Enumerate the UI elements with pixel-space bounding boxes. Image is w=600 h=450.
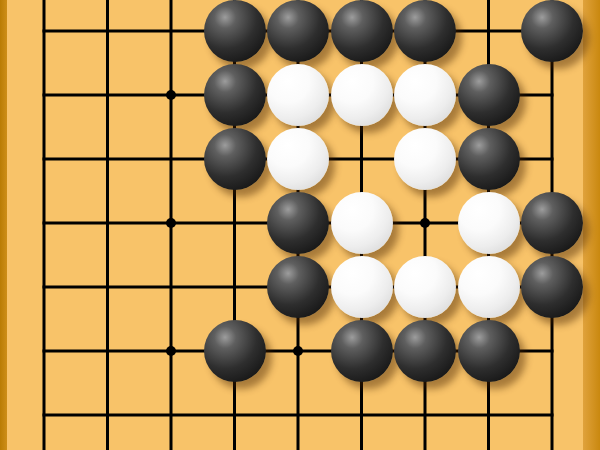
white-stone (331, 64, 393, 126)
black-stone (521, 256, 583, 318)
white-stone (331, 192, 393, 254)
black-stone (204, 64, 266, 126)
black-stone (204, 0, 266, 62)
black-stone (267, 0, 329, 62)
black-stone (394, 320, 456, 382)
white-stone (394, 256, 456, 318)
white-stone (267, 64, 329, 126)
black-stone (204, 320, 266, 382)
white-stone (458, 192, 520, 254)
black-stone (521, 192, 583, 254)
go-board[interactable] (0, 0, 600, 450)
white-stone (267, 128, 329, 190)
black-stone (331, 0, 393, 62)
white-stone (394, 128, 456, 190)
black-stone (458, 320, 520, 382)
black-stone (331, 320, 393, 382)
black-stone (458, 128, 520, 190)
black-stone (394, 0, 456, 62)
white-stone (394, 64, 456, 126)
white-stone (331, 256, 393, 318)
black-stone (458, 64, 520, 126)
black-stone (267, 192, 329, 254)
stones-layer (12, 0, 584, 447)
black-stone (204, 128, 266, 190)
black-stone (267, 256, 329, 318)
white-stone (458, 256, 520, 318)
black-stone (521, 0, 583, 62)
